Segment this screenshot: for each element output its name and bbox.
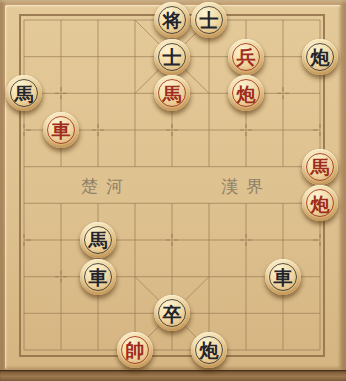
piece-glyph: 士: [163, 48, 182, 67]
piece-black-chariot[interactable]: 車: [265, 259, 301, 295]
piece-glyph: 馬: [89, 231, 108, 250]
piece-black-advisor[interactable]: 士: [154, 39, 190, 75]
piece-black-advisor[interactable]: 士: [191, 2, 227, 38]
piece-glyph: 兵: [237, 48, 256, 67]
piece-red-horse[interactable]: 馬: [302, 149, 338, 185]
piece-black-chariot[interactable]: 車: [80, 259, 116, 295]
piece-glyph: 馬: [311, 158, 330, 177]
piece-black-horse[interactable]: 馬: [6, 75, 42, 111]
piece-glyph: 炮: [200, 341, 219, 360]
piece-red-cannon[interactable]: 炮: [228, 75, 264, 111]
piece-black-soldier[interactable]: 卒: [154, 295, 190, 331]
piece-glyph: 士: [200, 11, 219, 30]
piece-red-horse[interactable]: 馬: [154, 75, 190, 111]
piece-black-general[interactable]: 将: [154, 2, 190, 38]
xiangqi-app: 楚河 漢界 将士士兵炮馬馬炮車馬炮馬車車卒帥炮: [0, 0, 346, 381]
piece-black-cannon[interactable]: 炮: [302, 39, 338, 75]
piece-glyph: 車: [274, 268, 293, 287]
piece-glyph: 炮: [237, 84, 256, 103]
piece-red-general[interactable]: 帥: [117, 332, 153, 368]
piece-black-cannon[interactable]: 炮: [191, 332, 227, 368]
piece-red-chariot[interactable]: 車: [43, 112, 79, 148]
piece-glyph: 馬: [163, 84, 182, 103]
piece-red-cannon[interactable]: 炮: [302, 185, 338, 221]
piece-glyph: 馬: [15, 84, 34, 103]
piece-glyph: 車: [52, 121, 71, 140]
piece-glyph: 将: [163, 11, 182, 30]
piece-red-soldier[interactable]: 兵: [228, 39, 264, 75]
piece-glyph: 炮: [311, 194, 330, 213]
piece-black-horse[interactable]: 馬: [80, 222, 116, 258]
piece-glyph: 卒: [163, 304, 182, 323]
xiangqi-board-grid: 将士士兵炮馬馬炮車馬炮馬車車卒帥炮: [6, 2, 339, 369]
piece-glyph: 車: [89, 268, 108, 287]
piece-glyph: 炮: [311, 48, 330, 67]
piece-glyph: 帥: [126, 341, 145, 360]
